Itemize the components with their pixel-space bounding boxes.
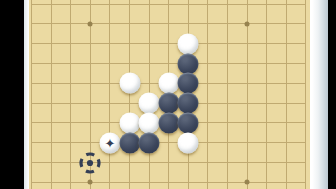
stone-white <box>158 73 179 94</box>
grid-cell <box>227 122 247 142</box>
stone-black <box>178 93 199 114</box>
grid-cell <box>31 43 51 63</box>
grid-cell <box>286 182 306 189</box>
grid-cell <box>31 23 51 43</box>
grid-cell <box>70 23 90 43</box>
grid-cell <box>129 4 149 24</box>
grid-cell <box>207 63 227 83</box>
grid-cell <box>90 43 110 63</box>
stone-black <box>178 73 199 94</box>
grid-cell <box>266 4 286 24</box>
star-point <box>245 180 250 185</box>
grid-cell <box>227 4 247 24</box>
stone-black <box>178 112 199 133</box>
grid-cell <box>31 122 51 142</box>
grid-cell <box>149 43 169 63</box>
stone-black <box>119 132 140 153</box>
stone-white <box>119 112 140 133</box>
grid-cell <box>90 83 110 103</box>
grid-cell <box>286 43 306 63</box>
grid-cell <box>31 63 51 83</box>
grid-cell <box>266 83 286 103</box>
grid-cell <box>149 162 169 182</box>
stone-white <box>119 73 140 94</box>
grid-cell <box>51 182 71 189</box>
gomoku-board[interactable]: ✦ <box>29 0 310 189</box>
grid-cell <box>109 162 129 182</box>
grid-cell <box>266 142 286 162</box>
grid-cell <box>286 162 306 182</box>
grid-cell <box>70 182 90 189</box>
grid-cell <box>188 4 208 24</box>
grid-cell <box>70 83 90 103</box>
grid-cell <box>188 162 208 182</box>
grid-cell <box>207 162 227 182</box>
grid-cell <box>207 43 227 63</box>
grid-cell <box>207 4 227 24</box>
grid-cell <box>109 43 129 63</box>
grid-cell <box>70 4 90 24</box>
grid-cell <box>168 4 188 24</box>
grid-cell <box>247 122 267 142</box>
grid-cell <box>129 162 149 182</box>
grid-cell <box>51 23 71 43</box>
grid-cell <box>227 83 247 103</box>
grid-cell <box>149 23 169 43</box>
grid-cell <box>90 4 110 24</box>
grid-cell <box>51 162 71 182</box>
grid-cell <box>207 83 227 103</box>
grid-cell <box>70 122 90 142</box>
grid-cell <box>168 182 188 189</box>
game-screenshot: ✦ <box>0 0 336 189</box>
grid-cell <box>129 43 149 63</box>
grid-cell <box>247 63 267 83</box>
grid-cell <box>286 103 306 123</box>
grid-cell <box>51 103 71 123</box>
grid-cell <box>51 122 71 142</box>
grid-cell <box>207 23 227 43</box>
grid-cell <box>247 43 267 63</box>
stone-white <box>139 112 160 133</box>
grid-cell <box>51 63 71 83</box>
grid-cell <box>207 182 227 189</box>
grid-cell <box>227 182 247 189</box>
grid-cell <box>109 182 129 189</box>
stone-white <box>178 33 199 54</box>
grid-cell <box>247 142 267 162</box>
grid-cell <box>266 63 286 83</box>
grid-cell <box>90 103 110 123</box>
grid-cell <box>149 4 169 24</box>
grid-cell <box>70 103 90 123</box>
move-cursor-icon[interactable] <box>76 149 104 177</box>
grid-cell <box>227 162 247 182</box>
grid-cell <box>266 23 286 43</box>
grid-cell <box>31 103 51 123</box>
grid-cell <box>168 162 188 182</box>
grid-cell <box>286 83 306 103</box>
star-point <box>88 21 93 26</box>
letterbox-right <box>328 0 336 189</box>
board-frame-right <box>310 0 329 189</box>
grid-cell <box>207 122 227 142</box>
grid-cell <box>286 4 306 24</box>
grid-cell <box>247 103 267 123</box>
grid-cell <box>247 83 267 103</box>
grid-cell <box>109 23 129 43</box>
grid-cell <box>227 43 247 63</box>
stone-black <box>178 53 199 74</box>
grid-cell <box>51 83 71 103</box>
letterbox-left <box>0 0 24 189</box>
grid-cell <box>70 63 90 83</box>
grid-cell <box>188 182 208 189</box>
stone-white <box>139 93 160 114</box>
grid-cell <box>70 43 90 63</box>
grid-cell <box>266 122 286 142</box>
grid-cell <box>266 103 286 123</box>
grid-cell <box>51 142 71 162</box>
grid-cell <box>227 63 247 83</box>
grid-cell <box>227 23 247 43</box>
grid-cell <box>207 103 227 123</box>
stone-black <box>139 132 160 153</box>
grid-cell <box>31 83 51 103</box>
grid-cell <box>90 23 110 43</box>
grid-cell <box>51 4 71 24</box>
grid-cell <box>227 142 247 162</box>
grid-cell <box>266 43 286 63</box>
grid-cell <box>266 162 286 182</box>
grid-cell <box>51 43 71 63</box>
grid-cell <box>247 4 267 24</box>
grid-cell <box>31 142 51 162</box>
grid-cell <box>31 162 51 182</box>
grid-cell <box>286 142 306 162</box>
grid-cell <box>286 122 306 142</box>
grid-cell <box>31 4 51 24</box>
stone-black <box>158 93 179 114</box>
star-point <box>245 21 250 26</box>
grid-cell <box>31 182 51 189</box>
grid-cell <box>90 63 110 83</box>
grid-cell <box>149 182 169 189</box>
stone-black <box>158 112 179 133</box>
grid-cell <box>207 142 227 162</box>
grid-cell <box>286 23 306 43</box>
grid-cell <box>129 23 149 43</box>
stone-white <box>178 132 199 153</box>
grid-cell <box>109 4 129 24</box>
grid-cell <box>247 162 267 182</box>
board-grid: ✦ <box>31 0 306 189</box>
grid-cell <box>247 23 267 43</box>
grid-cell <box>266 182 286 189</box>
grid-cell <box>227 103 247 123</box>
grid-cell <box>129 182 149 189</box>
grid-cell <box>286 63 306 83</box>
star-point <box>88 180 93 185</box>
